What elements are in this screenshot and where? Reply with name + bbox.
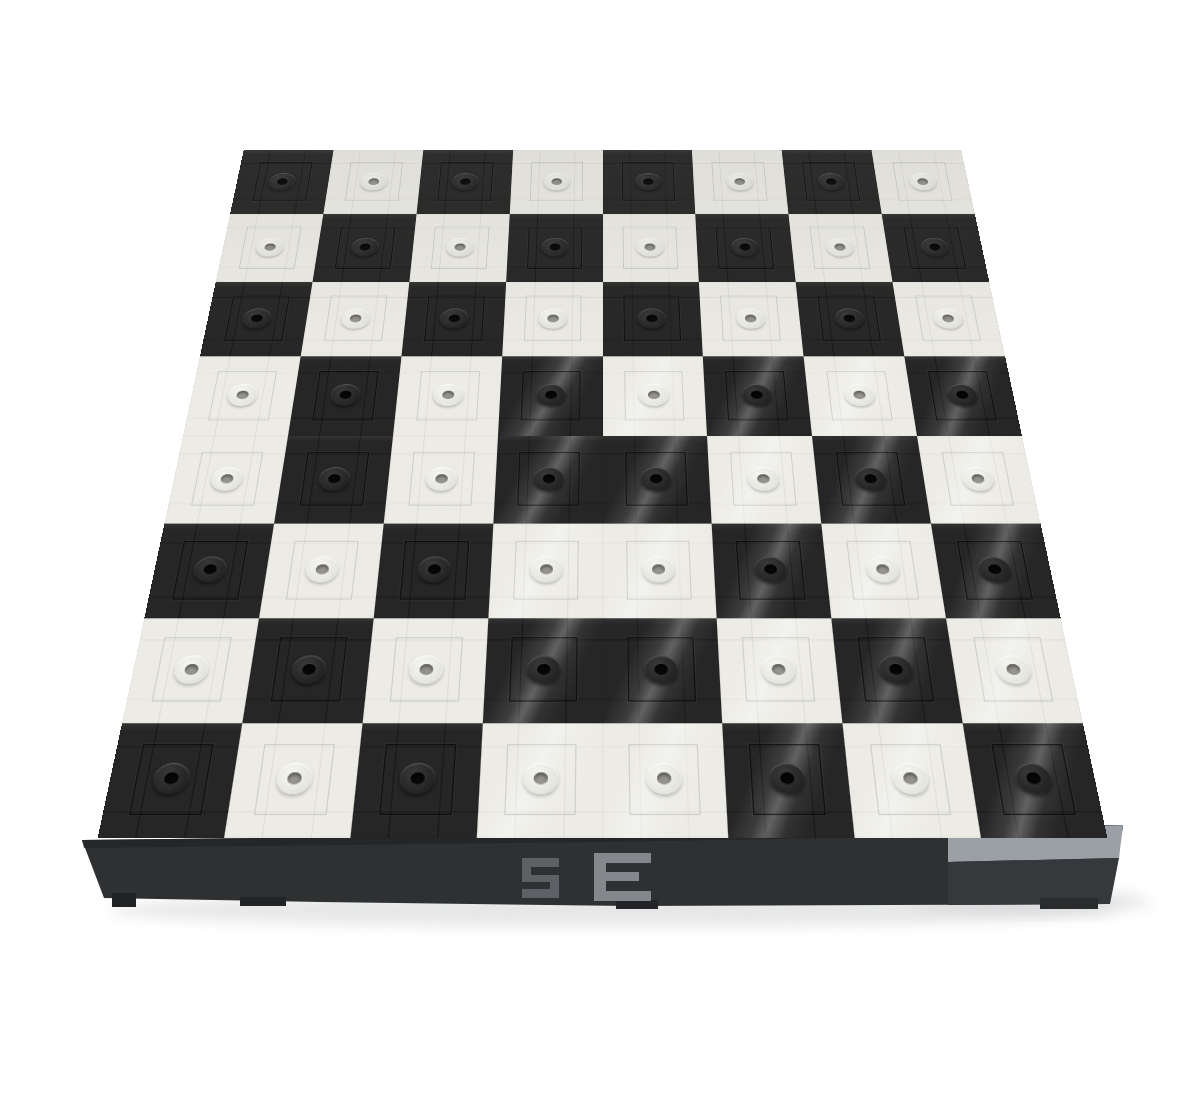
lego-chessboard-photo [0, 0, 1180, 1107]
square-r6c4 [488, 523, 603, 618]
square-r7c5 [603, 618, 723, 722]
square-r3c5 [603, 282, 704, 356]
lego-stud-icon [644, 655, 678, 683]
square-r6c7 [821, 523, 946, 618]
base-seam-mark-5 [522, 858, 559, 898]
square-r2c7 [789, 214, 893, 282]
square-r7c3 [362, 618, 488, 722]
square-r8c8 [963, 723, 1107, 838]
square-r8c6 [723, 723, 855, 838]
base-notch [240, 897, 286, 906]
square-r3c7 [796, 282, 904, 356]
square-r5c3 [384, 436, 498, 523]
square-r8c5 [603, 723, 729, 838]
square-r3c3 [401, 282, 506, 356]
square-r5c5 [603, 436, 712, 523]
square-r3c1 [200, 282, 312, 356]
square-r1c8 [872, 150, 975, 213]
square-r5c6 [707, 436, 821, 523]
square-r7c7 [832, 618, 963, 722]
lego-stud-icon [646, 763, 682, 794]
square-r7c1 [122, 618, 259, 722]
base-notch [616, 900, 658, 909]
square-r1c3 [416, 150, 512, 213]
square-r4c7 [804, 356, 917, 436]
lego-stud-icon [641, 467, 672, 491]
square-r5c1 [165, 436, 288, 523]
lego-stud-icon [636, 238, 664, 257]
square-r7c8 [946, 618, 1083, 722]
square-r5c7 [812, 436, 931, 523]
square-r5c2 [274, 436, 393, 523]
square-r4c8 [904, 356, 1022, 436]
lego-stud-icon [642, 557, 675, 583]
square-r6c5 [603, 523, 718, 618]
square-r4c5 [603, 356, 708, 436]
lego-stud-icon [635, 173, 662, 190]
square-r1c7 [782, 150, 882, 213]
base-notch [1040, 898, 1098, 909]
base-right-lower [948, 858, 1119, 905]
square-r7c4 [482, 618, 602, 722]
square-r1c4 [509, 150, 602, 213]
square-r8c4 [476, 723, 602, 838]
square-r4c1 [183, 356, 301, 436]
square-r2c1 [216, 214, 324, 282]
square-r2c8 [882, 214, 990, 282]
lego-stud-icon [726, 173, 754, 190]
square-r1c5 [603, 150, 696, 213]
square-r1c2 [323, 150, 423, 213]
square-r7c6 [717, 618, 843, 722]
square-r7c2 [242, 618, 373, 722]
square-r3c8 [893, 282, 1005, 356]
chessboard [98, 150, 1107, 837]
square-r6c3 [373, 523, 493, 618]
square-r3c4 [502, 282, 603, 356]
square-r6c8 [931, 523, 1061, 618]
square-r4c6 [703, 356, 812, 436]
square-r2c4 [506, 214, 603, 282]
square-r5c8 [917, 436, 1040, 523]
square-r1c1 [230, 150, 333, 213]
base-notch [112, 893, 136, 907]
square-r8c1 [98, 723, 242, 838]
lego-stud-icon [741, 384, 772, 406]
square-r8c7 [843, 723, 981, 838]
square-r8c3 [350, 723, 482, 838]
square-r3c2 [301, 282, 409, 356]
square-r4c3 [393, 356, 502, 436]
lego-stud-icon [736, 308, 766, 328]
square-r2c5 [603, 214, 700, 282]
square-r6c6 [712, 523, 832, 618]
square-r4c2 [288, 356, 401, 436]
square-r2c2 [312, 214, 416, 282]
square-r2c6 [696, 214, 796, 282]
square-r6c2 [259, 523, 384, 618]
square-r2c3 [409, 214, 509, 282]
square-r6c1 [144, 523, 274, 618]
lego-stud-icon [638, 308, 667, 328]
square-r5c4 [493, 436, 602, 523]
lego-stud-icon [731, 238, 760, 257]
square-r8c2 [224, 723, 362, 838]
square-r3c6 [699, 282, 804, 356]
square-r1c6 [692, 150, 788, 213]
lego-stud-icon [639, 384, 669, 406]
square-r4c4 [498, 356, 603, 436]
